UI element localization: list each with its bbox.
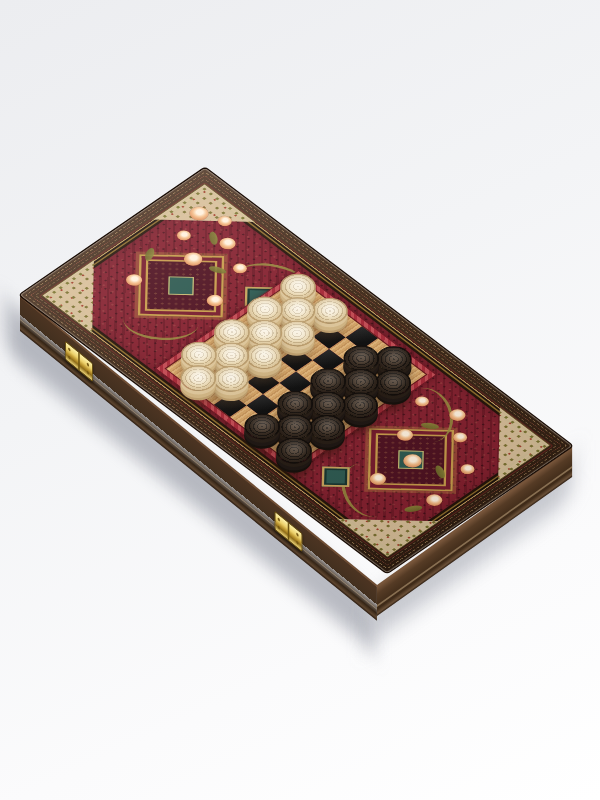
leaf-ornament — [208, 231, 219, 245]
flower-ornament — [174, 228, 193, 242]
flower-ornament — [216, 235, 239, 251]
leaf-ornament — [403, 504, 423, 513]
flower-ornament — [458, 462, 477, 476]
corner-ornament — [152, 183, 256, 258]
product-photo-scene — [0, 0, 600, 800]
teal-motif — [322, 467, 350, 488]
flower-ornament — [423, 492, 446, 508]
